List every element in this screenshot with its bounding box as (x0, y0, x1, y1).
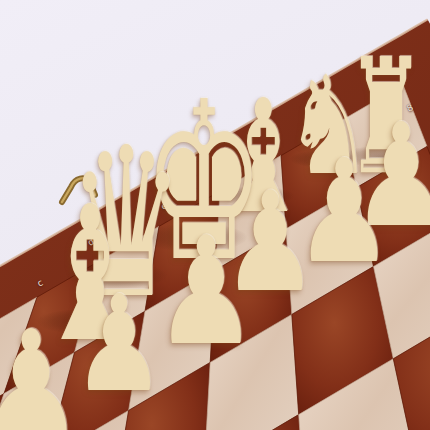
chess-set-photo: cdef8 ♜♞♝♟♚♟♛♟♝♟♟♟ (0, 0, 430, 430)
white-pawn-c2: ♟ (31, 311, 167, 430)
pieces-layer: ♜♞♝♟♚♟♛♟♝♟♟♟ (0, 0, 430, 430)
